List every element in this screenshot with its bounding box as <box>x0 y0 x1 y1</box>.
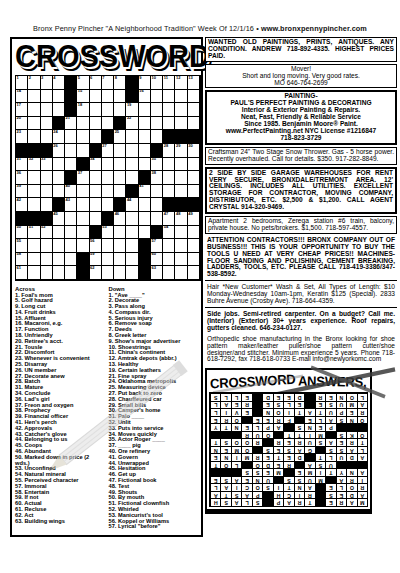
answer-cell: A <box>325 439 335 447</box>
grid-cell[interactable]: 28 <box>163 144 175 158</box>
grid-cell[interactable] <box>28 117 40 131</box>
grid-cell[interactable] <box>175 239 187 253</box>
answer-black-cell <box>220 431 230 439</box>
grid-cell[interactable] <box>163 185 175 199</box>
grid-cell[interactable]: 54 <box>163 226 175 240</box>
grid-cell[interactable] <box>139 103 151 117</box>
grid-cell[interactable] <box>126 266 138 280</box>
ad-mover: Mover! Short and long moving. Very good … <box>205 64 397 89</box>
grid-cell[interactable]: 22 <box>126 117 138 131</box>
grid-cell[interactable]: 43 <box>65 198 77 212</box>
cell-number: 5 <box>78 76 80 81</box>
grid-cell[interactable] <box>114 239 126 253</box>
answer-cell: L <box>210 401 220 409</box>
grid-cell[interactable] <box>139 212 151 226</box>
grid-cell[interactable] <box>90 198 102 212</box>
answer-cell: D <box>262 393 272 401</box>
grid-cell[interactable] <box>139 226 151 240</box>
grid-cell[interactable] <box>175 158 187 172</box>
answer-cell: N <box>210 446 220 454</box>
grid-cell[interactable] <box>28 253 40 267</box>
answer-cell: I <box>315 469 325 477</box>
grid-cell[interactable] <box>53 103 65 117</box>
cell-number: 57 <box>151 239 155 244</box>
answer-cell: M <box>315 431 325 439</box>
answer-cell: L <box>283 401 293 409</box>
grid-cell[interactable] <box>188 103 200 117</box>
grid-cell[interactable]: 48 <box>175 212 187 226</box>
grid-cell[interactable] <box>126 171 138 185</box>
grid-cell[interactable] <box>77 226 89 240</box>
grid-cell[interactable]: 18 <box>77 103 89 117</box>
grid-cell[interactable]: 26 <box>53 144 65 158</box>
cell-number: 13 <box>188 76 192 81</box>
grid-cell[interactable] <box>28 239 40 253</box>
answer-black-cell <box>294 461 304 469</box>
answer-cell: L <box>325 454 335 462</box>
answer-cell: D <box>262 461 272 469</box>
cell-number: 30 <box>188 144 192 149</box>
grid-cell[interactable] <box>151 103 163 117</box>
answer-cell: P <box>325 423 335 431</box>
answer-cell: S <box>273 401 283 409</box>
grid-cell[interactable] <box>151 185 163 199</box>
grid-cell[interactable] <box>90 185 102 199</box>
grid-cell[interactable]: 41 <box>139 185 151 199</box>
cell-number: 26 <box>53 144 57 149</box>
grid-cell[interactable]: 34 <box>90 158 102 172</box>
masthead-url: www.bronxpennypincher.com <box>261 24 367 33</box>
grid-cell[interactable] <box>53 266 65 280</box>
answer-cell: A <box>346 446 356 454</box>
grid-cell[interactable] <box>188 158 200 172</box>
answer-cell: N <box>262 408 272 416</box>
grid-cell[interactable] <box>102 266 114 280</box>
ad-painting: PAINTING- PAUL'S PERFECT PAINTING & DECO… <box>205 90 397 144</box>
crossword-grid[interactable]: 1234567891011121314151617181920212223242… <box>15 75 201 281</box>
grid-cell[interactable]: 45 <box>53 212 65 226</box>
grid-cell[interactable] <box>151 117 163 131</box>
grid-cell[interactable] <box>77 144 89 158</box>
grid-cell[interactable] <box>41 266 53 280</box>
grid-cell[interactable]: 46 <box>114 212 126 226</box>
answer-cell: C <box>241 484 251 492</box>
grid-cell[interactable] <box>53 171 65 185</box>
grid-cell[interactable] <box>188 171 200 185</box>
grid-cell[interactable]: 29 <box>175 144 187 158</box>
grid-cell[interactable] <box>77 198 89 212</box>
grid-cell[interactable] <box>175 103 187 117</box>
grid-cell[interactable]: 13 <box>188 76 200 90</box>
ad-hair-salon: Hair *New Customer* Wash & Set, All Type… <box>205 283 397 308</box>
answer-cell: A <box>220 401 230 409</box>
grid-cell[interactable] <box>77 212 89 226</box>
black-cell <box>65 76 77 90</box>
grid-cell[interactable] <box>188 90 200 104</box>
grid-cell[interactable] <box>102 90 114 104</box>
answer-cell: E <box>273 461 283 469</box>
answer-black-cell <box>325 476 335 484</box>
cell-number: 43 <box>66 198 70 203</box>
answer-cell: A <box>294 446 304 454</box>
cell-number: 45 <box>53 212 57 217</box>
grid-cell[interactable] <box>139 198 151 212</box>
grid-cell[interactable] <box>163 103 175 117</box>
answer-cell: E <box>346 408 356 416</box>
grid-cell[interactable]: 6 <box>90 76 102 90</box>
answer-cell: T <box>325 469 335 477</box>
grid-cell[interactable] <box>151 198 163 212</box>
grid-cell[interactable] <box>114 266 126 280</box>
cell-number: 7 <box>102 76 104 81</box>
answer-cell: E <box>220 446 230 454</box>
grid-cell[interactable] <box>102 239 114 253</box>
grid-cell[interactable] <box>41 117 53 131</box>
answer-cell: P <box>336 408 346 416</box>
answer-cell: S <box>283 476 293 484</box>
grid-cell[interactable] <box>163 253 175 267</box>
answer-cell: R <box>315 393 325 401</box>
grid-cell[interactable] <box>53 253 65 267</box>
answer-cell: E <box>210 416 220 424</box>
grid-cell[interactable] <box>65 253 77 267</box>
grid-cell[interactable] <box>53 239 65 253</box>
grid-cell[interactable] <box>175 117 187 131</box>
answer-cell: U <box>336 454 346 462</box>
cell-number: 46 <box>115 212 119 217</box>
grid-cell[interactable]: 4 <box>53 76 65 90</box>
answer-cell: S <box>252 469 262 477</box>
cell-number: 47 <box>164 212 168 217</box>
grid-cell[interactable] <box>77 239 89 253</box>
grid-cell[interactable]: 8 <box>114 76 126 90</box>
grid-cell[interactable] <box>163 239 175 253</box>
grid-cell[interactable] <box>53 90 65 104</box>
grid-cell[interactable] <box>151 212 163 226</box>
cell-number: 11 <box>164 76 168 81</box>
answer-cell: H <box>273 491 283 499</box>
grid-cell[interactable]: 27 <box>102 144 114 158</box>
grid-cell[interactable]: 24 <box>53 130 65 144</box>
grid-cell[interactable]: 33 <box>41 158 53 172</box>
answer-cell: A <box>304 408 314 416</box>
answer-black-cell <box>273 431 283 439</box>
answer-cell: L <box>231 461 241 469</box>
cell-number: 17 <box>17 103 21 108</box>
across-clue: 63. Building wings <box>15 519 105 525</box>
newspaper-page: Bronx Penny Pincher "A Neighborhood Trad… <box>0 0 400 573</box>
grid-cell[interactable] <box>163 158 175 172</box>
grid-cell[interactable] <box>65 226 77 240</box>
grid-cell[interactable] <box>175 185 187 199</box>
grid-cell[interactable] <box>28 90 40 104</box>
cell-number: 31 <box>17 157 21 162</box>
grid-cell[interactable] <box>126 212 138 226</box>
answer-cell: T <box>273 454 283 462</box>
answer-cell: S <box>220 499 230 507</box>
grid-cell[interactable]: 49 <box>188 212 200 226</box>
grid-cell[interactable]: 42 <box>16 198 28 212</box>
answer-black-cell <box>283 423 293 431</box>
grid-cell[interactable] <box>28 130 40 144</box>
answer-cell: O <box>241 446 251 454</box>
grid-cell[interactable] <box>90 171 102 185</box>
grid-cell[interactable] <box>65 158 77 172</box>
grid-cell[interactable] <box>188 266 200 280</box>
grid-cell[interactable] <box>163 266 175 280</box>
cell-number: 44 <box>127 198 131 203</box>
grid-cell[interactable] <box>28 266 40 280</box>
grid-cell[interactable] <box>102 103 114 117</box>
grid-cell[interactable] <box>102 185 114 199</box>
grid-cell[interactable] <box>126 130 138 144</box>
grid-cell[interactable] <box>126 239 138 253</box>
grid-cell[interactable]: 3 <box>41 76 53 90</box>
grid-cell[interactable]: 51 <box>28 226 40 240</box>
answer-cell: A <box>273 423 283 431</box>
grid-cell[interactable]: 38 <box>151 171 163 185</box>
answer-cell: E <box>325 484 335 492</box>
grid-cell[interactable] <box>175 253 187 267</box>
crossword-logo: CROSSWORD <box>15 40 198 75</box>
grid-cell[interactable] <box>175 171 187 185</box>
answer-cell: N <box>346 416 356 424</box>
cell-number: 52 <box>41 225 45 230</box>
grid-cell[interactable] <box>102 253 114 267</box>
grid-cell[interactable] <box>90 117 102 131</box>
answer-cell: A <box>304 484 314 492</box>
grid-cell[interactable] <box>139 144 151 158</box>
grid-cell[interactable] <box>126 253 138 267</box>
grid-cell[interactable] <box>114 144 126 158</box>
grid-cell[interactable] <box>41 253 53 267</box>
grid-cell[interactable] <box>41 171 53 185</box>
classified-ads-column: WANTED OLD PAINTINGS, PRINTS, ANTIQUES. … <box>205 37 397 514</box>
grid-cell[interactable] <box>102 171 114 185</box>
grid-cell[interactable] <box>90 212 102 226</box>
answer-cell: E <box>241 476 251 484</box>
grid-cell[interactable] <box>175 266 187 280</box>
grid-cell[interactable] <box>28 171 40 185</box>
answers-title-word1: CROSSWORD <box>210 371 296 394</box>
grid-cell[interactable] <box>65 144 77 158</box>
cell-number: 29 <box>176 144 180 149</box>
down-list: 1. "Ave ____"2. Decorate3. Pass along4. … <box>109 293 199 531</box>
answer-cell: N <box>346 469 356 477</box>
cell-number: 25 <box>115 130 119 135</box>
answer-cell: O <box>252 461 262 469</box>
grid-cell[interactable] <box>53 226 65 240</box>
grid-cell[interactable] <box>102 198 114 212</box>
grid-cell[interactable] <box>163 171 175 185</box>
grid-cell[interactable]: 23 <box>16 130 28 144</box>
grid-cell[interactable] <box>77 185 89 199</box>
grid-cell[interactable]: 44 <box>126 198 138 212</box>
answer-cell: N <box>336 393 346 401</box>
grid-cell[interactable] <box>77 117 89 131</box>
answer-cell: E <box>262 469 272 477</box>
cell-number: 40 <box>66 184 70 189</box>
grid-cell[interactable] <box>114 253 126 267</box>
black-cell <box>188 130 200 144</box>
grid-cell[interactable]: 62 <box>90 266 102 280</box>
grid-cell[interactable] <box>77 130 89 144</box>
grid-cell[interactable] <box>151 90 163 104</box>
grid-cell[interactable] <box>41 90 53 104</box>
answer-cell: L <box>231 393 241 401</box>
grid-cell[interactable]: 32 <box>28 158 40 172</box>
cell-number: 39 <box>17 184 21 189</box>
grid-cell[interactable] <box>126 144 138 158</box>
answer-black-cell <box>294 416 304 424</box>
answer-black-cell <box>304 393 314 401</box>
answer-cell: L <box>336 484 346 492</box>
grid-cell[interactable]: 21 <box>65 117 77 131</box>
answer-black-cell <box>210 469 220 477</box>
answer-cell: S <box>294 423 304 431</box>
cell-number: 21 <box>66 116 70 121</box>
grid-cell[interactable] <box>114 185 126 199</box>
grid-cell[interactable] <box>114 90 126 104</box>
answer-cell: A <box>220 484 230 492</box>
grid-cell[interactable] <box>65 130 77 144</box>
grid-cell[interactable] <box>114 226 126 240</box>
answer-cell: Y <box>210 423 220 431</box>
grid-cell[interactable] <box>114 171 126 185</box>
grid-cell[interactable] <box>188 239 200 253</box>
black-cell <box>126 76 138 90</box>
answer-cell: E <box>210 454 220 462</box>
grid-cell[interactable] <box>65 212 77 226</box>
grid-cell[interactable] <box>139 117 151 131</box>
grid-cell[interactable] <box>114 103 126 117</box>
grid-cell[interactable] <box>188 117 200 131</box>
grid-cell[interactable] <box>41 198 53 212</box>
grid-cell[interactable] <box>90 90 102 104</box>
grid-cell[interactable] <box>188 185 200 199</box>
crossword-clues: Across 1. Foal's mom5. Golf hazard9. Lon… <box>15 286 198 530</box>
answer-cell: E <box>315 423 325 431</box>
answer-cell: L <box>210 484 220 492</box>
grid-cell[interactable] <box>126 226 138 240</box>
masthead-bullet: • <box>256 24 259 33</box>
grid-cell[interactable] <box>126 158 138 172</box>
answer-cell: R <box>252 454 262 462</box>
answer-cell: T <box>283 484 293 492</box>
grid-cell[interactable]: 10 <box>151 76 163 90</box>
answer-cell: E <box>325 393 335 401</box>
answer-cell: I <box>304 431 314 439</box>
grid-cell[interactable]: 25 <box>114 130 126 144</box>
grid-cell[interactable]: 11 <box>163 76 175 90</box>
answer-black-cell <box>241 416 251 424</box>
cell-number: 50 <box>17 225 21 230</box>
answer-cell: T <box>304 499 314 507</box>
answer-cell: A <box>357 491 367 499</box>
down-clue: 57. Lyrical "before" <box>109 524 199 530</box>
grid-cell[interactable]: 52 <box>41 226 53 240</box>
answer-cell: I <box>220 408 230 416</box>
grid-cell[interactable]: 37 <box>77 171 89 185</box>
ad-snow-thrower: Craftsman 24" Two Stage Snow Thrower. Ga… <box>205 147 397 165</box>
black-cell <box>65 90 77 104</box>
answer-cell: U <box>336 401 346 409</box>
grid-cell[interactable] <box>102 117 114 131</box>
grid-cell[interactable] <box>175 90 187 104</box>
grid-cell[interactable] <box>41 185 53 199</box>
grid-cell[interactable]: 63 <box>151 266 163 280</box>
answer-cell: I <box>294 491 304 499</box>
answer-cell: L <box>357 393 367 401</box>
cell-number: 28 <box>164 144 168 149</box>
grid-cell[interactable] <box>65 266 77 280</box>
grid-cell[interactable] <box>151 130 163 144</box>
grid-cell[interactable]: 12 <box>175 76 187 90</box>
grid-cell[interactable]: 30 <box>188 144 200 158</box>
grid-cell[interactable] <box>163 117 175 131</box>
black-cell <box>163 130 175 144</box>
grid-cell[interactable] <box>28 103 40 117</box>
grid-cell[interactable] <box>175 226 187 240</box>
answer-cell: R <box>241 401 251 409</box>
answer-cell: E <box>304 416 314 424</box>
answer-black-cell <box>325 431 335 439</box>
grid-cell[interactable] <box>102 158 114 172</box>
grid-cell[interactable]: 61 <box>16 266 28 280</box>
cell-number: 12 <box>176 76 180 81</box>
grid-cell[interactable] <box>41 130 53 144</box>
grid-cell[interactable] <box>90 130 102 144</box>
black-cell <box>139 266 151 280</box>
grid-cell[interactable] <box>163 90 175 104</box>
answer-cell: U <box>252 431 262 439</box>
answer-black-cell <box>231 469 241 477</box>
answer-cell: L <box>220 393 230 401</box>
grid-cell[interactable] <box>139 130 151 144</box>
grid-cell[interactable] <box>90 103 102 117</box>
answer-cell: M <box>241 454 251 462</box>
grid-cell[interactable] <box>188 226 200 240</box>
grid-cell[interactable]: 2 <box>28 76 40 90</box>
answer-black-cell <box>252 446 262 454</box>
grid-cell[interactable] <box>41 103 53 117</box>
answer-black-cell <box>252 401 262 409</box>
grid-cell[interactable] <box>28 198 40 212</box>
grid-cell[interactable] <box>188 253 200 267</box>
grid-cell[interactable]: 53 <box>102 226 114 240</box>
across-clues: Across 1. Foal's mom5. Golf hazard9. Lon… <box>15 286 105 530</box>
answer-black-cell <box>315 446 325 454</box>
grid-cell[interactable] <box>53 158 65 172</box>
grid-cell[interactable] <box>65 239 77 253</box>
cell-number: 14 <box>17 89 21 94</box>
grid-cell[interactable] <box>41 239 53 253</box>
grid-cell[interactable] <box>53 185 65 199</box>
grid-cell[interactable]: 7 <box>102 76 114 90</box>
cell-number: 61 <box>17 266 21 271</box>
grid-cell[interactable] <box>114 158 126 172</box>
answer-cell: D <box>294 454 304 462</box>
grid-cell[interactable]: 16 <box>139 90 151 104</box>
grid-cell[interactable] <box>139 158 151 172</box>
grid-cell[interactable] <box>28 185 40 199</box>
answer-cell: O <box>357 416 367 424</box>
answer-cell: N <box>220 454 230 462</box>
answer-cell: E <box>325 499 335 507</box>
cell-number: 6 <box>90 76 92 81</box>
cell-number: 32 <box>29 157 33 162</box>
answer-cell: M <box>346 401 356 409</box>
